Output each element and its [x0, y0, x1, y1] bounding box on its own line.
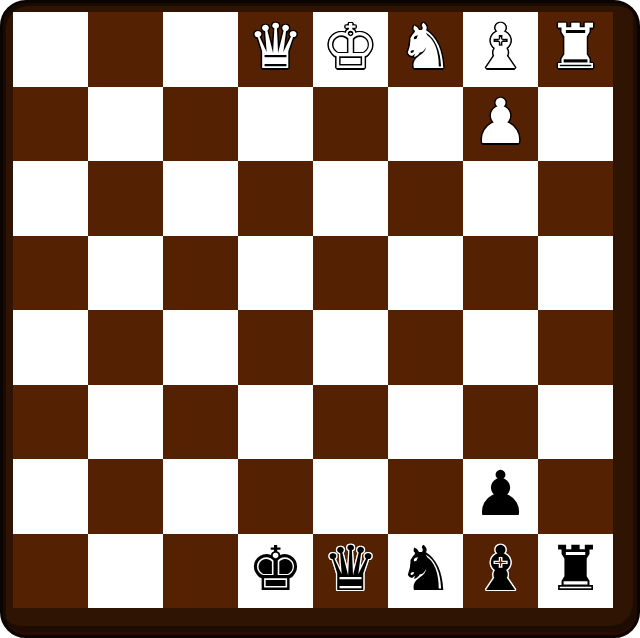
square-f7[interactable] — [388, 87, 463, 162]
square-e3[interactable] — [313, 385, 388, 460]
square-c2[interactable] — [163, 459, 238, 534]
square-e1[interactable]: ♛ — [313, 534, 388, 609]
white-rook[interactable]: ♜ — [548, 12, 604, 84]
black-queen[interactable]: ♛ — [323, 534, 379, 606]
square-g1[interactable]: ♝ — [463, 534, 538, 609]
square-b2[interactable] — [88, 459, 163, 534]
square-d7[interactable] — [238, 87, 313, 162]
white-pawn[interactable]: ♟ — [473, 87, 529, 159]
square-f3[interactable] — [388, 385, 463, 460]
square-g2[interactable]: ♟ — [463, 459, 538, 534]
square-a6[interactable] — [13, 161, 88, 236]
square-b1[interactable] — [88, 534, 163, 609]
square-f5[interactable] — [388, 236, 463, 311]
square-d3[interactable] — [238, 385, 313, 460]
square-g4[interactable] — [463, 310, 538, 385]
square-e4[interactable] — [313, 310, 388, 385]
square-d2[interactable] — [238, 459, 313, 534]
square-a2[interactable] — [13, 459, 88, 534]
chessboard-image: ♛♚♞♝♜♟♟♚♛♞♝♜ — [0, 0, 640, 638]
square-f8[interactable]: ♞ — [388, 12, 463, 87]
square-a8[interactable] — [13, 12, 88, 87]
white-queen[interactable]: ♛ — [248, 12, 304, 84]
square-c5[interactable] — [163, 236, 238, 311]
square-f4[interactable] — [388, 310, 463, 385]
square-a4[interactable] — [13, 310, 88, 385]
white-king[interactable]: ♚ — [323, 12, 379, 84]
square-a1[interactable] — [13, 534, 88, 609]
square-h1[interactable]: ♜ — [538, 534, 613, 609]
square-e8[interactable]: ♚ — [313, 12, 388, 87]
white-bishop[interactable]: ♝ — [473, 12, 529, 84]
square-d8[interactable]: ♛ — [238, 12, 313, 87]
square-b8[interactable] — [88, 12, 163, 87]
square-h6[interactable] — [538, 161, 613, 236]
square-f2[interactable] — [388, 459, 463, 534]
square-h4[interactable] — [538, 310, 613, 385]
square-g5[interactable] — [463, 236, 538, 311]
square-c4[interactable] — [163, 310, 238, 385]
square-b7[interactable] — [88, 87, 163, 162]
square-c3[interactable] — [163, 385, 238, 460]
square-c6[interactable] — [163, 161, 238, 236]
square-b3[interactable] — [88, 385, 163, 460]
square-d1[interactable]: ♚ — [238, 534, 313, 609]
square-d5[interactable] — [238, 236, 313, 311]
square-b5[interactable] — [88, 236, 163, 311]
chess-board: ♛♚♞♝♜♟♟♚♛♞♝♜ — [13, 12, 613, 608]
square-b4[interactable] — [88, 310, 163, 385]
square-g6[interactable] — [463, 161, 538, 236]
square-e6[interactable] — [313, 161, 388, 236]
square-f6[interactable] — [388, 161, 463, 236]
square-g8[interactable]: ♝ — [463, 12, 538, 87]
black-pawn[interactable]: ♟ — [473, 459, 529, 531]
square-d4[interactable] — [238, 310, 313, 385]
black-king[interactable]: ♚ — [248, 534, 304, 606]
square-f1[interactable]: ♞ — [388, 534, 463, 609]
square-e2[interactable] — [313, 459, 388, 534]
square-g7[interactable]: ♟ — [463, 87, 538, 162]
square-h7[interactable] — [538, 87, 613, 162]
square-h5[interactable] — [538, 236, 613, 311]
square-c1[interactable] — [163, 534, 238, 609]
square-e5[interactable] — [313, 236, 388, 311]
square-e7[interactable] — [313, 87, 388, 162]
square-c7[interactable] — [163, 87, 238, 162]
square-d6[interactable] — [238, 161, 313, 236]
square-a5[interactable] — [13, 236, 88, 311]
square-a7[interactable] — [13, 87, 88, 162]
square-a3[interactable] — [13, 385, 88, 460]
black-bishop[interactable]: ♝ — [473, 534, 529, 606]
black-rook[interactable]: ♜ — [548, 534, 604, 606]
black-knight[interactable]: ♞ — [398, 534, 454, 606]
white-knight[interactable]: ♞ — [398, 12, 454, 84]
square-c8[interactable] — [163, 12, 238, 87]
square-h8[interactable]: ♜ — [538, 12, 613, 87]
square-h2[interactable] — [538, 459, 613, 534]
square-g3[interactable] — [463, 385, 538, 460]
square-b6[interactable] — [88, 161, 163, 236]
square-h3[interactable] — [538, 385, 613, 460]
